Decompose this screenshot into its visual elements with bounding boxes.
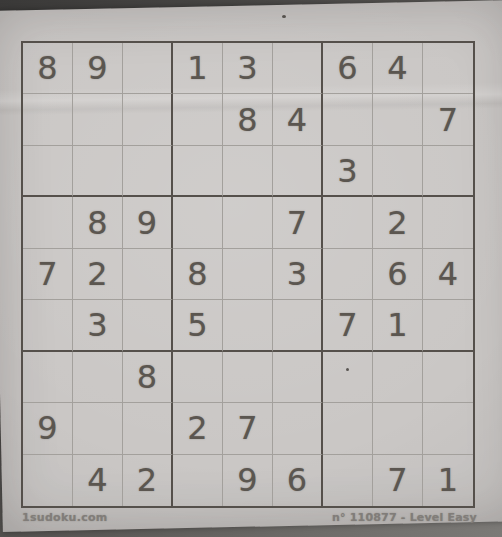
sudoku-cell-r3c6 <box>273 146 323 197</box>
sudoku-cell-r8c6 <box>273 403 323 454</box>
sudoku-cell-r1c8: 4 <box>373 43 423 94</box>
sudoku-cell-r3c5 <box>223 146 273 197</box>
sudoku-cell-r5c8: 6 <box>373 249 423 300</box>
sudoku-cell-r7c6 <box>273 352 323 403</box>
sudoku-cell-r9c2: 4 <box>73 455 123 506</box>
sudoku-cell-r5c7 <box>323 249 373 300</box>
sudoku-cell-r6c4: 5 <box>173 300 223 351</box>
sudoku-cell-r8c5: 7 <box>223 403 273 454</box>
sudoku-cell-r8c1: 9 <box>23 403 73 454</box>
sudoku-cell-r8c4: 2 <box>173 403 223 454</box>
sudoku-cell-r6c7: 7 <box>323 300 373 351</box>
sudoku-cell-r4c6: 7 <box>273 197 323 248</box>
sudoku-cell-r2c3 <box>123 94 173 145</box>
sudoku-cell-r7c8 <box>373 352 423 403</box>
sudoku-cell-r8c9 <box>423 403 473 454</box>
sudoku-cell-r3c8 <box>373 146 423 197</box>
sudoku-cell-r6c6 <box>273 300 323 351</box>
sudoku-cell-r9c4 <box>173 455 223 506</box>
sudoku-cell-r8c7 <box>323 403 373 454</box>
sudoku-cell-r4c8: 2 <box>373 197 423 248</box>
sudoku-cell-r1c1: 8 <box>23 43 73 94</box>
sudoku-cell-r4c4 <box>173 197 223 248</box>
sudoku-cell-r1c4: 1 <box>173 43 223 94</box>
sudoku-cell-r2c1 <box>23 94 73 145</box>
sudoku-cell-r9c1 <box>23 455 73 506</box>
sudoku-cell-r6c1 <box>23 300 73 351</box>
sudoku-cell-r7c7 <box>323 352 373 403</box>
sudoku-cell-r4c9 <box>423 197 473 248</box>
sudoku-cell-r4c2: 8 <box>73 197 123 248</box>
sudoku-cell-r9c9: 1 <box>423 455 473 506</box>
sudoku-cell-r6c9 <box>423 300 473 351</box>
sudoku-cell-r1c7: 6 <box>323 43 373 94</box>
sudoku-cell-r2c4 <box>173 94 223 145</box>
sudoku-cell-r2c8 <box>373 94 423 145</box>
photo-background: 8913648473897272836435718927429671 1sudo… <box>0 0 502 537</box>
sudoku-cell-r2c7 <box>323 94 373 145</box>
sudoku-cell-r3c7: 3 <box>323 146 373 197</box>
sudoku-cell-r5c1: 7 <box>23 249 73 300</box>
sudoku-cell-r5c3 <box>123 249 173 300</box>
paper-speck <box>282 15 286 18</box>
sudoku-cell-r5c9: 4 <box>423 249 473 300</box>
sudoku-grid: 8913648473897272836435718927429671 <box>21 41 475 508</box>
sudoku-cell-r3c1 <box>23 146 73 197</box>
sudoku-cell-r1c5: 3 <box>223 43 273 94</box>
sudoku-cell-r1c6 <box>273 43 323 94</box>
sudoku-cell-r1c3 <box>123 43 173 94</box>
sudoku-cell-r4c3: 9 <box>123 197 173 248</box>
sudoku-cell-r7c3: 8 <box>123 352 173 403</box>
sudoku-cell-r3c9 <box>423 146 473 197</box>
footer-site-label: 1sudoku.com <box>22 511 108 524</box>
sudoku-cell-r9c8: 7 <box>373 455 423 506</box>
sudoku-cell-r7c2 <box>73 352 123 403</box>
sudoku-cell-r1c2: 9 <box>73 43 123 94</box>
sudoku-cell-r2c9: 7 <box>423 94 473 145</box>
sudoku-cell-r7c1 <box>23 352 73 403</box>
sudoku-cell-r9c6: 6 <box>273 455 323 506</box>
sudoku-cell-r7c9 <box>423 352 473 403</box>
footer: 1sudoku.com n° 110877 - Level Easy <box>22 511 477 524</box>
sudoku-cell-r8c3 <box>123 403 173 454</box>
sudoku-cell-r6c8: 1 <box>373 300 423 351</box>
sudoku-cell-r6c5 <box>223 300 273 351</box>
sudoku-cell-r1c9 <box>423 43 473 94</box>
sudoku-cell-r5c4: 8 <box>173 249 223 300</box>
sudoku-cell-r5c6: 3 <box>273 249 323 300</box>
sudoku-cell-r8c8 <box>373 403 423 454</box>
sudoku-cell-r3c4 <box>173 146 223 197</box>
sudoku-cell-r6c3 <box>123 300 173 351</box>
sudoku-cell-r5c2: 2 <box>73 249 123 300</box>
sudoku-cell-r8c2 <box>73 403 123 454</box>
sudoku-cell-r7c5 <box>223 352 273 403</box>
sudoku-cell-r3c2 <box>73 146 123 197</box>
sudoku-cell-r6c2: 3 <box>73 300 123 351</box>
sudoku-cell-r5c5 <box>223 249 273 300</box>
sudoku-cell-r4c5 <box>223 197 273 248</box>
sudoku-cell-r2c5: 8 <box>223 94 273 145</box>
sudoku-cell-r4c1 <box>23 197 73 248</box>
sudoku-cell-r3c3 <box>123 146 173 197</box>
footer-puzzle-info: n° 110877 - Level Easy <box>332 511 477 524</box>
sudoku-cell-r2c2 <box>73 94 123 145</box>
sudoku-cell-r9c7 <box>323 455 373 506</box>
sudoku-cell-r2c6: 4 <box>273 94 323 145</box>
sudoku-cell-r9c3: 2 <box>123 455 173 506</box>
sudoku-cell-r7c4 <box>173 352 223 403</box>
sudoku-cell-r4c7 <box>323 197 373 248</box>
sudoku-cell-r9c5: 9 <box>223 455 273 506</box>
